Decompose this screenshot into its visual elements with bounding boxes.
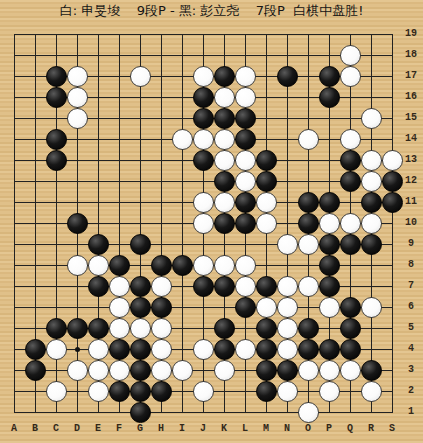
col-label: R: [361, 423, 381, 435]
stone-white: [277, 339, 298, 360]
stone-white: [88, 360, 109, 381]
row-label: 16: [399, 91, 423, 103]
row-label: 17: [399, 70, 423, 82]
stone-white: [256, 297, 277, 318]
stone-black: [340, 150, 361, 171]
stone-black: [214, 339, 235, 360]
stone-black: [214, 108, 235, 129]
row-label: 9: [399, 238, 423, 250]
grid-line: [392, 34, 393, 413]
stone-black: [319, 66, 340, 87]
stone-black: [256, 150, 277, 171]
col-label: D: [67, 423, 87, 435]
stone-white: [298, 129, 319, 150]
stone-black: [46, 87, 67, 108]
stone-white: [193, 213, 214, 234]
stone-black: [109, 255, 130, 276]
stone-black: [130, 276, 151, 297]
stone-white: [340, 129, 361, 150]
stone-black: [340, 297, 361, 318]
stone-black: [46, 129, 67, 150]
stone-white: [235, 276, 256, 297]
stone-white: [298, 360, 319, 381]
stone-black: [319, 87, 340, 108]
stone-white: [361, 381, 382, 402]
stone-white: [340, 360, 361, 381]
stone-white: [88, 339, 109, 360]
col-label: B: [25, 423, 45, 435]
stone-white: [193, 66, 214, 87]
stone-black: [88, 234, 109, 255]
stone-white: [277, 381, 298, 402]
stone-white: [277, 318, 298, 339]
stone-white: [151, 360, 172, 381]
stone-black: [256, 171, 277, 192]
col-label: O: [298, 423, 318, 435]
stone-black: [340, 234, 361, 255]
stone-white: [88, 381, 109, 402]
stone-black: [67, 318, 88, 339]
stone-black: [46, 66, 67, 87]
stone-black: [193, 276, 214, 297]
stone-white: [67, 360, 88, 381]
stone-black: [193, 150, 214, 171]
stone-white: [277, 234, 298, 255]
stone-white: [340, 66, 361, 87]
stone-black: [256, 318, 277, 339]
stone-black: [319, 192, 340, 213]
stone-black: [130, 234, 151, 255]
stone-black: [256, 339, 277, 360]
stone-black: [298, 192, 319, 213]
go-game-screen: 白: 申旻埈 9段P - 黑: 彭立尧 7段P 白棋中盘胜! ABCDEFGHI…: [0, 0, 423, 443]
stone-black: [151, 255, 172, 276]
stone-white: [340, 45, 361, 66]
stone-white: [361, 297, 382, 318]
stone-white: [67, 108, 88, 129]
stone-black: [151, 297, 172, 318]
row-label: 12: [399, 175, 423, 187]
row-label: 14: [399, 133, 423, 145]
col-label: C: [46, 423, 66, 435]
stone-white: [193, 192, 214, 213]
stone-white: [130, 66, 151, 87]
stone-black: [277, 360, 298, 381]
row-label: 15: [399, 112, 423, 124]
stone-black: [214, 171, 235, 192]
grid-line: [14, 412, 393, 413]
stone-white: [235, 66, 256, 87]
stone-white: [193, 339, 214, 360]
col-label: L: [235, 423, 255, 435]
stone-black: [340, 171, 361, 192]
col-label: K: [214, 423, 234, 435]
stone-white: [151, 318, 172, 339]
stone-black: [361, 192, 382, 213]
stone-black: [256, 381, 277, 402]
stone-black: [172, 255, 193, 276]
stone-white: [256, 192, 277, 213]
row-label: 2: [399, 385, 423, 397]
col-label: E: [88, 423, 108, 435]
stone-white: [235, 255, 256, 276]
stone-black: [298, 339, 319, 360]
stone-white: [214, 192, 235, 213]
stone-white: [319, 297, 340, 318]
stone-black: [298, 213, 319, 234]
stone-white: [340, 213, 361, 234]
stone-black: [235, 297, 256, 318]
col-label: N: [277, 423, 297, 435]
stone-white: [235, 171, 256, 192]
stone-black: [319, 339, 340, 360]
row-label: 1: [399, 406, 423, 418]
stone-white: [193, 255, 214, 276]
stone-white: [214, 129, 235, 150]
stone-white: [361, 213, 382, 234]
stone-black: [88, 318, 109, 339]
stone-white: [214, 255, 235, 276]
col-label: I: [172, 423, 192, 435]
row-label: 11: [399, 196, 423, 208]
stone-white: [46, 381, 67, 402]
stone-white: [214, 87, 235, 108]
stone-white: [319, 213, 340, 234]
col-label: F: [109, 423, 129, 435]
stone-black: [193, 87, 214, 108]
stone-white: [109, 318, 130, 339]
stone-white: [88, 255, 109, 276]
stone-black: [235, 129, 256, 150]
stone-white: [298, 402, 319, 423]
row-label: 19: [399, 28, 423, 40]
stone-black: [214, 213, 235, 234]
stone-black: [130, 381, 151, 402]
stone-black: [109, 381, 130, 402]
col-label: J: [193, 423, 213, 435]
stone-black: [130, 297, 151, 318]
stone-white: [319, 360, 340, 381]
stone-black: [319, 234, 340, 255]
stone-black: [235, 108, 256, 129]
stone-black: [151, 381, 172, 402]
stone-black: [46, 318, 67, 339]
stone-white: [319, 381, 340, 402]
stone-black: [361, 234, 382, 255]
stone-black: [25, 360, 46, 381]
row-label: 8: [399, 259, 423, 271]
stone-black: [235, 213, 256, 234]
stone-black: [88, 276, 109, 297]
stone-white: [298, 276, 319, 297]
stone-white: [193, 381, 214, 402]
col-label: S: [382, 423, 402, 435]
stone-black: [340, 318, 361, 339]
row-label: 3: [399, 364, 423, 376]
row-label: 6: [399, 301, 423, 313]
go-board[interactable]: ABCDEFGHIJKLMNOPQRS191817161514131211109…: [0, 0, 423, 443]
col-label: G: [130, 423, 150, 435]
stone-white: [193, 129, 214, 150]
stone-white: [67, 255, 88, 276]
stone-black: [214, 276, 235, 297]
stone-white: [235, 150, 256, 171]
col-label: P: [319, 423, 339, 435]
stone-white: [67, 66, 88, 87]
stone-black: [214, 66, 235, 87]
stone-black: [67, 213, 88, 234]
stone-black: [340, 339, 361, 360]
stone-black: [214, 318, 235, 339]
stone-white: [361, 150, 382, 171]
stone-white: [109, 360, 130, 381]
stone-black: [235, 192, 256, 213]
stone-white: [151, 339, 172, 360]
star-point: [75, 347, 80, 352]
stone-black: [256, 360, 277, 381]
stone-white: [109, 297, 130, 318]
col-label: Q: [340, 423, 360, 435]
row-label: 5: [399, 322, 423, 334]
stone-black: [277, 66, 298, 87]
stone-white: [298, 234, 319, 255]
row-label: 18: [399, 49, 423, 61]
stone-white: [46, 339, 67, 360]
stone-white: [109, 276, 130, 297]
stone-white: [172, 360, 193, 381]
stone-black: [109, 339, 130, 360]
row-label: 13: [399, 154, 423, 166]
row-label: 7: [399, 280, 423, 292]
stone-white: [151, 276, 172, 297]
col-label: A: [4, 423, 24, 435]
stone-white: [277, 276, 298, 297]
col-label: H: [151, 423, 171, 435]
stone-white: [214, 360, 235, 381]
stone-white: [361, 108, 382, 129]
stone-white: [214, 150, 235, 171]
stone-white: [277, 297, 298, 318]
stone-black: [319, 276, 340, 297]
stone-black: [130, 402, 151, 423]
stone-black: [361, 360, 382, 381]
row-label: 10: [399, 217, 423, 229]
stone-black: [256, 276, 277, 297]
stone-black: [130, 339, 151, 360]
stone-white: [130, 318, 151, 339]
stone-black: [46, 150, 67, 171]
stone-black: [319, 255, 340, 276]
stone-black: [130, 360, 151, 381]
stone-white: [235, 339, 256, 360]
stone-black: [193, 108, 214, 129]
stone-black: [298, 318, 319, 339]
col-label: M: [256, 423, 276, 435]
stone-white: [67, 87, 88, 108]
stone-white: [235, 87, 256, 108]
stone-black: [25, 339, 46, 360]
row-label: 4: [399, 343, 423, 355]
stone-white: [361, 171, 382, 192]
stone-white: [172, 129, 193, 150]
stone-white: [256, 213, 277, 234]
